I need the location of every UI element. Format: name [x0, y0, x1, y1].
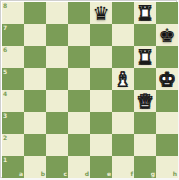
white-king-piece[interactable]: ♚ [156, 68, 178, 90]
square-a5[interactable]: 5 [2, 68, 24, 90]
black-queen-piece[interactable]: ♛ [90, 2, 112, 24]
rank-label-3: 3 [3, 113, 7, 119]
square-g8[interactable]: ♜ [134, 2, 156, 24]
square-h2[interactable] [156, 134, 178, 156]
square-e6[interactable] [90, 46, 112, 68]
square-h3[interactable] [156, 112, 178, 134]
file-label-e: e [107, 171, 111, 177]
square-f8[interactable] [112, 2, 134, 24]
file-label-h: h [173, 171, 177, 177]
square-g2[interactable] [134, 134, 156, 156]
square-b6[interactable] [24, 46, 46, 68]
square-f1[interactable]: f [112, 156, 134, 178]
square-c8[interactable] [46, 2, 68, 24]
square-g3[interactable] [134, 112, 156, 134]
square-b5[interactable] [24, 68, 46, 90]
file-label-b: b [41, 171, 45, 177]
square-a3[interactable]: 3 [2, 112, 24, 134]
square-b1[interactable]: b [24, 156, 46, 178]
square-a8[interactable]: 8 [2, 2, 24, 24]
square-h5[interactable]: ♚ [156, 68, 178, 90]
square-f6[interactable] [112, 46, 134, 68]
square-e2[interactable] [90, 134, 112, 156]
square-g6[interactable]: ♜ [134, 46, 156, 68]
square-c3[interactable] [46, 112, 68, 134]
board-frame: 8♛♜7♚6♜5♝♚4♛321abcdefgh [0, 0, 177, 178]
square-h6[interactable] [156, 46, 178, 68]
white-rook-piece[interactable]: ♜ [134, 46, 156, 68]
square-b2[interactable] [24, 134, 46, 156]
square-e8[interactable]: ♛ [90, 2, 112, 24]
square-f4[interactable] [112, 90, 134, 112]
rank-label-1: 1 [3, 157, 7, 163]
square-c6[interactable] [46, 46, 68, 68]
square-g5[interactable] [134, 68, 156, 90]
square-h7[interactable]: ♚ [156, 24, 178, 46]
square-e5[interactable] [90, 68, 112, 90]
square-h1[interactable]: h [156, 156, 178, 178]
square-c1[interactable]: c [46, 156, 68, 178]
square-a7[interactable]: 7 [2, 24, 24, 46]
square-e3[interactable] [90, 112, 112, 134]
square-a4[interactable]: 4 [2, 90, 24, 112]
square-e1[interactable]: e [90, 156, 112, 178]
rank-label-5: 5 [3, 69, 7, 75]
square-d7[interactable] [68, 24, 90, 46]
file-label-c: c [63, 171, 67, 177]
rank-label-6: 6 [3, 47, 7, 53]
square-d4[interactable] [68, 90, 90, 112]
rank-label-2: 2 [3, 135, 7, 141]
square-f2[interactable] [112, 134, 134, 156]
rank-label-7: 7 [3, 25, 7, 31]
white-bishop-piece[interactable]: ♝ [112, 68, 134, 90]
file-label-g: g [151, 171, 155, 177]
square-a1[interactable]: 1a [2, 156, 24, 178]
file-label-a: a [19, 171, 23, 177]
square-d1[interactable]: d [68, 156, 90, 178]
square-d3[interactable] [68, 112, 90, 134]
white-rook-piece[interactable]: ♜ [134, 2, 156, 24]
square-e7[interactable] [90, 24, 112, 46]
square-f3[interactable] [112, 112, 134, 134]
square-c2[interactable] [46, 134, 68, 156]
square-f7[interactable] [112, 24, 134, 46]
square-h8[interactable] [156, 2, 178, 24]
white-queen-piece[interactable]: ♛ [134, 90, 156, 112]
square-d6[interactable] [68, 46, 90, 68]
square-h4[interactable] [156, 90, 178, 112]
square-b7[interactable] [24, 24, 46, 46]
rank-label-8: 8 [3, 3, 7, 9]
square-b4[interactable] [24, 90, 46, 112]
square-g4[interactable]: ♛ [134, 90, 156, 112]
rank-label-4: 4 [3, 91, 7, 97]
square-f5[interactable]: ♝ [112, 68, 134, 90]
square-a6[interactable]: 6 [2, 46, 24, 68]
square-e4[interactable] [90, 90, 112, 112]
square-b8[interactable] [24, 2, 46, 24]
square-d8[interactable] [68, 2, 90, 24]
square-d5[interactable] [68, 68, 90, 90]
black-king-piece[interactable]: ♚ [156, 24, 178, 46]
square-a2[interactable]: 2 [2, 134, 24, 156]
square-g1[interactable]: g [134, 156, 156, 178]
file-label-f: f [130, 171, 133, 177]
square-g7[interactable] [134, 24, 156, 46]
chess-board: 8♛♜7♚6♜5♝♚4♛321abcdefgh [2, 2, 178, 178]
file-label-d: d [85, 171, 89, 177]
square-c7[interactable] [46, 24, 68, 46]
square-b3[interactable] [24, 112, 46, 134]
square-c5[interactable] [46, 68, 68, 90]
square-d2[interactable] [68, 134, 90, 156]
square-c4[interactable] [46, 90, 68, 112]
